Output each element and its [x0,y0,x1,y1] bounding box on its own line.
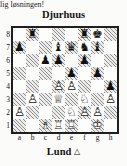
board-square-c4[interactable] [39,80,52,93]
board-square-h3[interactable]: ♟♙ [104,93,117,106]
rank-label-5: 5 [1,67,10,80]
file-label-h: h [104,133,117,142]
black-player-name: Djurhuus [0,9,127,20]
board-square-c3[interactable] [39,93,52,106]
chess-piece-wP[interactable]: ♟♙ [26,93,39,106]
board-square-f6[interactable]: ♟ [78,54,91,67]
file-label-e: e [65,133,78,142]
board-square-f1[interactable] [78,119,91,132]
rank-label-8: 8 [1,28,10,41]
piece-glyph: ♙ [104,93,117,106]
chess-piece-bP[interactable]: ♟ [13,41,26,54]
rank-labels: 87654321 [1,28,10,132]
board-square-d3[interactable]: ♛♕ [52,93,65,106]
board-square-a5[interactable] [13,67,26,80]
piece-glyph: ♕ [52,93,65,106]
white-player-label: Lund [47,146,72,157]
file-label-f: f [78,133,91,142]
board-square-c1[interactable]: ♝♗ [39,119,52,132]
chess-board-frame: ♜♜♚♟♝♛♞♝♟♟♟♟♟♟♙♟♙♟♟♙♛♕♞♘♟♙♟♙♞♘♟♙♟♙♝♗♜♖♜♖… [11,26,119,134]
chess-piece-wK[interactable]: ♚♔ [91,119,104,132]
piece-glyph: ♟ [78,54,91,67]
piece-glyph: ♛ [65,41,78,54]
rank-label-3: 3 [1,93,10,106]
file-label-d: d [52,133,65,142]
board-square-g5[interactable]: ♟ [91,67,104,80]
board-square-a4[interactable] [13,80,26,93]
piece-glyph: ♟ [91,67,104,80]
board-square-e1[interactable]: ♜♖ [65,119,78,132]
piece-glyph: ♔ [91,119,104,132]
chess-piece-bB[interactable]: ♝ [91,41,104,54]
board-square-g7[interactable]: ♝ [91,41,104,54]
chess-piece-bR[interactable]: ♜ [26,28,39,41]
file-label-c: c [39,133,52,142]
board-square-a1[interactable] [13,119,26,132]
rank-label-7: 7 [1,41,10,54]
piece-glyph: ♖ [52,119,65,132]
board-square-a7[interactable]: ♟ [13,41,26,54]
piece-glyph: ♟ [52,54,65,67]
chess-piece-bP[interactable]: ♟ [78,54,91,67]
board-square-b8[interactable]: ♜ [26,28,39,41]
chess-piece-wR[interactable]: ♜♖ [52,119,65,132]
board-square-h7[interactable] [104,41,117,54]
board-square-b2[interactable] [26,106,39,119]
board-square-h6[interactable] [104,54,117,67]
board-square-d1[interactable]: ♜♖ [52,119,65,132]
file-label-b: b [26,133,39,142]
page-text-fragment: lig løsningen! [0,0,44,9]
rank-label-2: 2 [1,106,10,119]
board-square-h8[interactable] [104,28,117,41]
board-square-b5[interactable] [26,67,39,80]
white-to-move-indicator: △ [74,147,80,156]
chess-piece-bP[interactable]: ♟ [39,54,52,67]
board-square-g4[interactable] [91,80,104,93]
rank-label-1: 1 [1,119,10,132]
rank-label-4: 4 [1,80,10,93]
board-square-h1[interactable] [104,119,117,132]
board-square-e4[interactable]: ♟♙ [65,80,78,93]
piece-glyph: ♜ [26,28,39,41]
board-square-b3[interactable]: ♟♙ [26,93,39,106]
scanned-page: lig løsningen! Djurhuus 87654321 ♜♜♚♟♝♛♞… [0,0,127,166]
board-square-b1[interactable] [26,119,39,132]
chess-board: ♜♜♚♟♝♛♞♝♟♟♟♟♟♟♙♟♙♟♟♙♛♕♞♘♟♙♟♙♞♘♟♙♟♙♝♗♜♖♜♖… [13,28,117,132]
chess-piece-wP[interactable]: ♟♙ [65,80,78,93]
piece-glyph: ♖ [65,119,78,132]
board-square-g1[interactable]: ♚♔ [91,119,104,132]
chess-piece-wB[interactable]: ♝♗ [39,119,52,132]
chess-piece-wQ[interactable]: ♛♕ [52,93,65,106]
piece-glyph: ♙ [78,106,91,119]
board-square-c5[interactable] [39,67,52,80]
chess-piece-wR[interactable]: ♜♖ [65,119,78,132]
board-square-a6[interactable] [13,54,26,67]
piece-glyph: ♝ [91,41,104,54]
chess-piece-bQ[interactable]: ♛ [65,41,78,54]
piece-glyph: ♟ [39,54,52,67]
white-player-name: Lund △ [0,146,127,157]
board-square-b6[interactable] [26,54,39,67]
piece-glyph: ♟ [13,41,26,54]
chess-piece-bP[interactable]: ♟ [52,54,65,67]
board-square-b7[interactable] [26,41,39,54]
board-square-f5[interactable] [78,67,91,80]
piece-glyph: ♙ [65,80,78,93]
chess-piece-wP[interactable]: ♟♙ [104,93,117,106]
board-square-d6[interactable]: ♟ [52,54,65,67]
board-square-e7[interactable]: ♛ [65,41,78,54]
piece-glyph: ♙ [26,93,39,106]
board-square-c8[interactable] [39,28,52,41]
board-square-a2[interactable]: ♟♙ [13,106,26,119]
board-square-c6[interactable]: ♟ [39,54,52,67]
chess-piece-wP[interactable]: ♟♙ [13,106,26,119]
board-square-h2[interactable] [104,106,117,119]
file-labels: abcdefgh [13,133,117,142]
rank-label-6: 6 [1,54,10,67]
chess-piece-wP[interactable]: ♟♙ [78,106,91,119]
chess-piece-bP[interactable]: ♟ [91,67,104,80]
piece-glyph: ♗ [39,119,52,132]
file-label-a: a [13,133,26,142]
file-label-g: g [91,133,104,142]
piece-glyph: ♙ [13,106,26,119]
board-square-f2[interactable]: ♟♙ [78,106,91,119]
